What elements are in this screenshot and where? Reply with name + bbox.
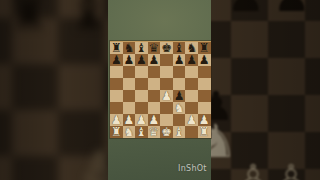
white-bishop[interactable]: ♝	[136, 126, 147, 138]
square-g7[interactable]: ♟	[185, 54, 198, 66]
square-d1[interactable]: ♛	[148, 126, 161, 138]
square-c5[interactable]	[135, 78, 148, 90]
video-frame: ♜♝♙ ♟♟♟♞♙♙ ♜♞♝♛♚♝♞♜♟♟♟♟♟♟♟♟♟♞♟♟♟♟♟♟♜♞♝♛♚…	[0, 0, 320, 180]
square-b6[interactable]	[123, 66, 136, 78]
white-queen[interactable]: ♛	[149, 126, 160, 138]
square-f1[interactable]: ♝	[173, 126, 186, 138]
square-g1[interactable]	[185, 126, 198, 138]
square-b7[interactable]: ♟	[123, 54, 136, 66]
black-pawn[interactable]: ♟	[149, 54, 160, 66]
square-e8[interactable]: ♚	[160, 42, 173, 54]
black-king[interactable]: ♚	[161, 42, 172, 54]
black-pawn[interactable]: ♟	[174, 54, 185, 66]
white-king[interactable]: ♚	[161, 126, 172, 138]
square-h6[interactable]	[198, 66, 211, 78]
square-b1[interactable]: ♞	[123, 126, 136, 138]
square-b5[interactable]	[123, 78, 136, 90]
square-h1[interactable]: ♜	[198, 126, 211, 138]
square-a6[interactable]	[110, 66, 123, 78]
white-knight[interactable]: ♞	[123, 126, 134, 138]
white-pawn[interactable]: ♟	[186, 114, 197, 126]
square-d5[interactable]	[148, 78, 161, 90]
square-f7[interactable]: ♟	[173, 54, 186, 66]
game-background: ♜♞♝♛♚♝♞♜♟♟♟♟♟♟♟♟♟♞♟♟♟♟♟♟♜♞♝♛♚♝♜	[108, 0, 211, 180]
square-g2[interactable]: ♟	[185, 114, 198, 126]
square-c1[interactable]: ♝	[135, 126, 148, 138]
white-rook[interactable]: ♜	[199, 126, 210, 138]
square-a7[interactable]: ♟	[110, 54, 123, 66]
white-bishop[interactable]: ♝	[174, 126, 185, 138]
black-pawn[interactable]: ♟	[123, 54, 134, 66]
square-f6[interactable]	[173, 66, 186, 78]
white-pawn[interactable]: ♟	[161, 90, 172, 102]
blurred-right-panel: ♟♟♟♞♙♙	[211, 0, 320, 180]
square-b4[interactable]	[123, 90, 136, 102]
square-d7[interactable]: ♟	[148, 54, 161, 66]
square-d6[interactable]	[148, 66, 161, 78]
square-g6[interactable]	[185, 66, 198, 78]
white-rook[interactable]: ♜	[111, 126, 122, 138]
square-e1[interactable]: ♚	[160, 126, 173, 138]
chess-board: ♜♞♝♛♚♝♞♜♟♟♟♟♟♟♟♟♟♞♟♟♟♟♟♟♜♞♝♛♚♝♜	[110, 41, 211, 138]
square-g4[interactable]	[185, 90, 198, 102]
white-knight[interactable]: ♞	[174, 102, 185, 114]
inshot-watermark: InShOt	[178, 164, 210, 173]
black-pawn[interactable]: ♟	[136, 54, 147, 66]
square-h7[interactable]: ♟	[198, 54, 211, 66]
square-h4[interactable]	[198, 90, 211, 102]
square-e6[interactable]	[160, 66, 173, 78]
square-c6[interactable]	[135, 66, 148, 78]
square-a4[interactable]	[110, 90, 123, 102]
square-g5[interactable]	[185, 78, 198, 90]
black-pawn[interactable]: ♟	[199, 54, 210, 66]
blurred-board-backdrop	[0, 0, 108, 180]
square-e4[interactable]: ♟	[160, 90, 173, 102]
square-a5[interactable]	[110, 78, 123, 90]
square-d4[interactable]	[148, 90, 161, 102]
square-c4[interactable]	[135, 90, 148, 102]
blurred-board-backdrop	[211, 0, 320, 180]
square-h5[interactable]	[198, 78, 211, 90]
black-pawn[interactable]: ♟	[111, 54, 122, 66]
blurred-left-panel: ♜♝♙	[0, 0, 108, 180]
square-e7[interactable]	[160, 54, 173, 66]
square-e3[interactable]	[160, 102, 173, 114]
square-a1[interactable]: ♜	[110, 126, 123, 138]
black-pawn[interactable]: ♟	[186, 54, 197, 66]
square-f3[interactable]: ♞	[173, 102, 186, 114]
square-c7[interactable]: ♟	[135, 54, 148, 66]
